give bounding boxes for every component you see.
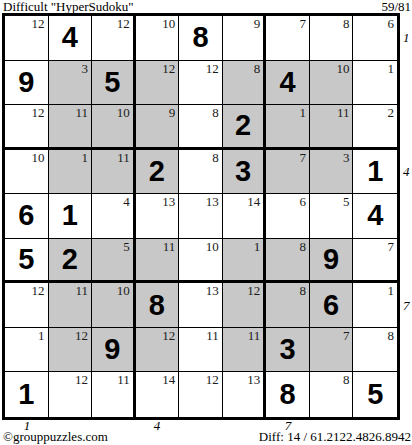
candidate-count: 14	[162, 373, 175, 386]
cell-r6c1[interactable]: 5	[5, 239, 49, 284]
candidate-count: 4	[123, 195, 130, 208]
candidate-count: 12	[206, 373, 219, 386]
cell-r5c9[interactable]: 4	[353, 194, 397, 239]
candidate-count: 12	[206, 62, 219, 75]
candidate-count: 1	[388, 62, 395, 75]
given-digit: 8	[266, 372, 309, 417]
candidate-count: 6	[388, 17, 395, 30]
cell-r7c1[interactable]: 12	[5, 283, 49, 328]
candidate-count: 9	[254, 17, 261, 30]
row-label-1: 1	[403, 16, 412, 60]
candidate-count: 10	[117, 106, 130, 119]
candidate-count: 13	[206, 195, 219, 208]
cell-r2c6[interactable]: 8	[223, 61, 267, 106]
given-digit: 9	[310, 239, 353, 281]
cell-r4c5[interactable]: 8	[179, 150, 223, 195]
cell-r6c6[interactable]: 1	[223, 239, 267, 284]
cell-r7c3[interactable]: 10	[92, 283, 136, 328]
given-digit: 4	[353, 194, 397, 238]
cell-r6c4[interactable]: 11	[136, 239, 180, 284]
cell-r9c8[interactable]: 8	[310, 372, 354, 417]
candidate-count: 10	[32, 151, 45, 164]
candidate-count: 5	[343, 195, 350, 208]
difficulty-text: Diff: 14 / 61.2122.4826.8942	[259, 430, 411, 444]
cell-r6c7[interactable]: 8	[266, 239, 310, 284]
cell-r3c2[interactable]: 11	[49, 105, 93, 150]
candidate-count: 7	[343, 329, 350, 342]
sudoku-board: 1241210897869351212841011211109821112101…	[2, 13, 400, 420]
candidate-count: 1	[82, 151, 89, 164]
candidate-count: 13	[162, 195, 175, 208]
cell-r3c4[interactable]: 9	[136, 105, 180, 150]
cell-r9c6[interactable]: 13	[223, 372, 267, 417]
cell-r6c5[interactable]: 10	[179, 239, 223, 284]
candidate-count: 11	[117, 373, 130, 386]
cell-r5c5[interactable]: 13	[179, 194, 223, 239]
cell-r9c2[interactable]: 12	[49, 372, 93, 417]
given-digit: 1	[353, 150, 397, 194]
candidate-count: 12	[117, 17, 130, 30]
cell-r6c3[interactable]: 5	[92, 239, 136, 284]
candidate-count: 14	[247, 195, 260, 208]
cell-r7c9[interactable]: 1	[353, 283, 397, 328]
cell-r2c5[interactable]: 12	[179, 61, 223, 106]
cell-r4c8[interactable]: 3	[310, 150, 354, 195]
cell-r2c1[interactable]: 9	[5, 61, 49, 106]
given-digit: 9	[92, 328, 133, 372]
puzzle-page: Difficult "HyperSudoku" 59/81 1241210897…	[0, 0, 412, 445]
candidate-count: 11	[163, 240, 176, 253]
candidate-count: 11	[248, 329, 261, 342]
cell-r8c7[interactable]: 3	[266, 328, 310, 373]
given-digit: 9	[5, 61, 48, 105]
cell-r7c4[interactable]: 8	[136, 283, 180, 328]
cell-r6c2[interactable]: 2	[49, 239, 93, 284]
cell-r9c9[interactable]: 5	[353, 372, 397, 417]
cell-r7c8[interactable]: 6	[310, 283, 354, 328]
candidate-count: 8	[343, 373, 350, 386]
given-digit: 4	[49, 16, 92, 60]
candidate-count: 1	[388, 284, 395, 297]
candidate-count: 6	[299, 195, 306, 208]
candidate-count: 12	[247, 284, 260, 297]
cell-r6c8[interactable]: 9	[310, 239, 354, 284]
cell-r1c8[interactable]: 8	[310, 16, 354, 61]
cell-r8c8[interactable]: 7	[310, 328, 354, 373]
candidate-count: 11	[117, 151, 130, 164]
given-digit: 2	[223, 105, 264, 147]
cell-r8c4[interactable]: 12	[136, 328, 180, 373]
cell-r9c3[interactable]: 11	[92, 372, 136, 417]
candidate-count: 5	[123, 240, 130, 253]
candidate-count: 10	[117, 284, 130, 297]
cell-r2c4[interactable]: 12	[136, 61, 180, 106]
given-digit: 3	[266, 328, 309, 372]
cell-r7c5[interactable]: 13	[179, 283, 223, 328]
cell-r1c2[interactable]: 4	[49, 16, 93, 61]
cell-r4c7[interactable]: 7	[266, 150, 310, 195]
candidate-count: 3	[82, 62, 89, 75]
candidate-count: 12	[162, 62, 175, 75]
cell-r9c7[interactable]: 8	[266, 372, 310, 417]
cell-r4c6[interactable]: 3	[223, 150, 267, 195]
cell-r8c5[interactable]: 11	[179, 328, 223, 373]
given-digit: 2	[136, 150, 179, 194]
cell-r6c9[interactable]: 7	[353, 239, 397, 284]
candidate-count: 8	[254, 62, 261, 75]
candidate-count: 8	[388, 329, 395, 342]
cell-r7c6[interactable]: 12	[223, 283, 267, 328]
candidate-count: 10	[206, 240, 219, 253]
row-label-7: 7	[403, 284, 412, 328]
cell-r9c1[interactable]: 1	[5, 372, 49, 417]
candidate-count: 8	[299, 284, 306, 297]
progress-counter: 59/81	[381, 0, 411, 13]
given-digit: 8	[136, 283, 179, 327]
given-digit: 2	[49, 239, 92, 281]
cell-r8c2[interactable]: 12	[49, 328, 93, 373]
cell-r5c2[interactable]: 1	[49, 194, 93, 239]
given-digit: 1	[5, 372, 48, 417]
given-digit: 3	[223, 150, 264, 194]
candidate-count: 11	[76, 106, 89, 119]
cell-r8c6[interactable]: 11	[223, 328, 267, 373]
candidate-count: 10	[336, 62, 349, 75]
cell-r3c8[interactable]: 11	[310, 105, 354, 150]
header: Difficult "HyperSudoku" 59/81	[3, 0, 411, 13]
cell-r8c3[interactable]: 9	[92, 328, 136, 373]
cell-r9c4[interactable]: 14	[136, 372, 180, 417]
candidate-count: 12	[162, 329, 175, 342]
cell-r5c6[interactable]: 14	[223, 194, 267, 239]
cell-r3c3[interactable]: 10	[92, 105, 136, 150]
cell-r2c3[interactable]: 5	[92, 61, 136, 106]
candidate-count: 11	[206, 329, 219, 342]
cell-r3c9[interactable]: 2	[353, 105, 397, 150]
cell-r1c6[interactable]: 9	[223, 16, 267, 61]
cell-r1c9[interactable]: 6	[353, 16, 397, 61]
candidate-count: 12	[32, 106, 45, 119]
candidate-count: 7	[299, 17, 306, 30]
copyright: ©grouppuzzles.com	[3, 430, 108, 444]
given-digit: 4	[266, 61, 309, 105]
candidate-count: 9	[169, 106, 176, 119]
candidate-count: 13	[206, 284, 219, 297]
cell-r7c2[interactable]: 11	[49, 283, 93, 328]
cell-r5c4[interactable]: 13	[136, 194, 180, 239]
given-digit: 5	[353, 372, 397, 417]
given-digit: 5	[92, 61, 133, 105]
candidate-count: 3	[343, 151, 350, 164]
candidate-count: 1	[254, 240, 261, 253]
cell-r5c7[interactable]: 6	[266, 194, 310, 239]
cell-r5c8[interactable]: 5	[310, 194, 354, 239]
footer: ©grouppuzzles.com Diff: 14 / 61.2122.482…	[3, 430, 411, 444]
candidate-count: 8	[212, 151, 219, 164]
cell-r2c7[interactable]: 4	[266, 61, 310, 106]
given-digit: 6	[310, 283, 353, 327]
candidate-count: 12	[75, 373, 88, 386]
candidate-count: 7	[299, 151, 306, 164]
cell-r4c1[interactable]: 10	[5, 150, 49, 195]
cell-r3c1[interactable]: 12	[5, 105, 49, 150]
cell-r2c9[interactable]: 1	[353, 61, 397, 106]
cell-r7c7[interactable]: 8	[266, 283, 310, 328]
cell-r4c3[interactable]: 11	[92, 150, 136, 195]
puzzle-title: Difficult "HyperSudoku"	[3, 0, 134, 13]
cell-r5c3[interactable]: 4	[92, 194, 136, 239]
cell-r8c9[interactable]: 8	[353, 328, 397, 373]
cell-r5c1[interactable]: 6	[5, 194, 49, 239]
cell-r1c3[interactable]: 12	[92, 16, 136, 61]
candidate-count: 11	[76, 284, 89, 297]
candidate-count: 7	[388, 240, 395, 253]
candidate-count: 1	[38, 329, 45, 342]
candidate-count: 8	[343, 17, 350, 30]
cell-r1c7[interactable]: 7	[266, 16, 310, 61]
cell-r4c4[interactable]: 2	[136, 150, 180, 195]
cell-r3c7[interactable]: 1	[266, 105, 310, 150]
given-digit: 8	[179, 16, 222, 60]
cell-r2c2[interactable]: 3	[49, 61, 93, 106]
cell-r1c4[interactable]: 10	[136, 16, 180, 61]
cell-r2c8[interactable]: 10	[310, 61, 354, 106]
cell-r8c1[interactable]: 1	[5, 328, 49, 373]
candidate-count: 10	[162, 17, 175, 30]
candidate-count: 8	[299, 240, 306, 253]
candidate-count: 12	[32, 17, 45, 30]
row-label-4: 4	[403, 150, 412, 194]
given-digit: 6	[5, 194, 48, 238]
candidate-count: 1	[299, 106, 306, 119]
candidate-count: 13	[247, 373, 260, 386]
cell-r1c1[interactable]: 12	[5, 16, 49, 61]
cell-r4c9[interactable]: 1	[353, 150, 397, 195]
candidate-count: 2	[388, 106, 395, 119]
cell-r9c5[interactable]: 12	[179, 372, 223, 417]
candidate-count: 12	[32, 284, 45, 297]
cell-r4c2[interactable]: 1	[49, 150, 93, 195]
candidate-count: 8	[212, 106, 219, 119]
given-digit: 1	[49, 194, 92, 238]
given-digit: 5	[5, 239, 48, 281]
cell-r3c6[interactable]: 2	[223, 105, 267, 150]
candidate-count: 11	[337, 106, 350, 119]
cell-r3c5[interactable]: 8	[179, 105, 223, 150]
cell-r1c5[interactable]: 8	[179, 16, 223, 61]
candidate-count: 12	[75, 329, 88, 342]
